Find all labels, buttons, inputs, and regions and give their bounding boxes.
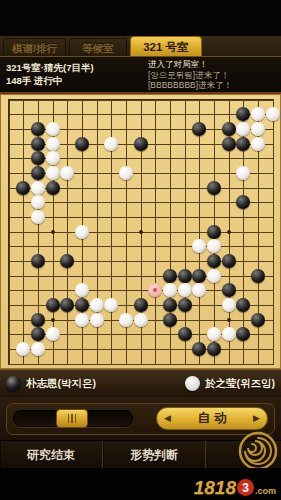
white-stone [46, 327, 60, 341]
black-stone [163, 313, 177, 327]
black-stone [16, 181, 30, 195]
control-panel: ◀ 自动 ▶ [6, 403, 275, 435]
slider-handle-icon[interactable] [56, 409, 88, 428]
star-point [51, 230, 55, 234]
white-stone [222, 327, 236, 341]
black-stone [163, 298, 177, 312]
status-bar [0, 0, 281, 36]
auto-button[interactable]: ◀ 自动 ▶ [156, 407, 268, 430]
black-stone [134, 298, 148, 312]
white-stone [46, 122, 60, 136]
black-stone [134, 137, 148, 151]
black-stone [178, 327, 192, 341]
white-stone [46, 137, 60, 151]
black-stone [31, 122, 45, 136]
grid-line [9, 349, 273, 350]
white-stone [90, 313, 104, 327]
room-info: 321号室·猜先(7目半) 148手 进行中 [0, 57, 146, 92]
grid-line [273, 100, 274, 364]
go-board[interactable] [0, 94, 281, 369]
app-screen: 棋谱/排行 等候室 321 号室 321号室·猜先(7目半) 148手 进行中 … [0, 0, 281, 500]
white-stone [119, 166, 133, 180]
white-stone-icon [185, 376, 200, 391]
end-study-button[interactable]: 研究结束 [0, 441, 103, 469]
white-stone [31, 210, 45, 224]
black-stone [163, 269, 177, 283]
star-point [139, 230, 143, 234]
white-stone [266, 107, 280, 121]
black-stone [207, 181, 221, 195]
black-stone [207, 254, 221, 268]
logo-digit-badge: 3 [237, 479, 254, 496]
black-stone [207, 225, 221, 239]
black-stone [207, 342, 221, 356]
white-stone [46, 151, 60, 165]
black-stone [222, 254, 236, 268]
black-stone [222, 122, 236, 136]
black-stone [31, 166, 45, 180]
white-stone [31, 342, 45, 356]
next-arrow-icon[interactable]: ▶ [253, 414, 260, 423]
18183-logo: 1818 3 .com [194, 478, 276, 497]
info-bar: 321号室·猜先(7目半) 148手 进行中 进入了对局室！ [앙으로뒤띔]进来… [0, 57, 281, 94]
tab-bar: 棋谱/排行 等候室 321 号室 [0, 36, 281, 57]
chat-line: [앙으로뒤띔]进来了！ [148, 70, 279, 81]
white-player-name: 於之莹(위즈잉) [205, 377, 275, 391]
chat-line: [BBBBBBBB]进来了！ [148, 80, 279, 91]
black-stone [46, 181, 60, 195]
player-bar: 朴志恩(박지은) 於之莹(위즈잉) [0, 369, 281, 397]
white-stone [178, 283, 192, 297]
grid-line [155, 100, 156, 364]
room-title: 321号室·猜先(7目半) [6, 61, 146, 74]
white-stone [75, 225, 89, 239]
white-stone [251, 122, 265, 136]
black-stone [178, 298, 192, 312]
prev-arrow-icon[interactable]: ◀ [164, 414, 171, 423]
tab-waiting-room[interactable]: 等候室 [69, 38, 127, 56]
chat-log[interactable]: 进入了对局室！ [앙으로뒤띔]进来了！ [BBBBBBBB]进来了！ [146, 57, 281, 92]
black-stone [251, 269, 265, 283]
black-stone [222, 137, 236, 151]
position-judge-button[interactable]: 形势判断 [103, 441, 206, 469]
black-player-name: 朴志恩(박지은) [26, 377, 96, 391]
white-stone [46, 166, 60, 180]
grid-line [185, 100, 186, 364]
black-stone [75, 137, 89, 151]
grid-line [9, 246, 273, 247]
tab-kifu-ranking[interactable]: 棋谱/排行 [3, 38, 66, 56]
footer: 1818 3 .com [0, 468, 281, 500]
black-stone-icon [6, 376, 21, 391]
white-stone [222, 298, 236, 312]
black-stone [46, 298, 60, 312]
auto-button-label: 自动 [194, 410, 231, 427]
white-stone [134, 313, 148, 327]
black-stone [31, 254, 45, 268]
move-status: 148手 进行中 [6, 74, 146, 87]
white-stone [251, 137, 265, 151]
star-point [51, 318, 55, 322]
grid-line [9, 276, 273, 277]
grid-line [9, 364, 273, 365]
last-move-marker [153, 288, 157, 292]
black-stone [192, 269, 206, 283]
black-stone [31, 313, 45, 327]
move-slider[interactable] [13, 410, 133, 427]
black-stone [75, 298, 89, 312]
black-stone [31, 137, 45, 151]
chat-line: 进入了对局室！ [148, 59, 279, 70]
white-stone [90, 298, 104, 312]
logo-suffix: .com [255, 485, 276, 497]
black-stone [251, 313, 265, 327]
black-stone [178, 269, 192, 283]
white-stone [207, 269, 221, 283]
black-stone [236, 137, 250, 151]
tab-room-321[interactable]: 321 号室 [130, 36, 202, 56]
star-point [227, 318, 231, 322]
star-point [227, 230, 231, 234]
logo-number: 1818 [194, 478, 236, 497]
white-stone [104, 137, 118, 151]
white-stone [31, 181, 45, 195]
white-stone [119, 313, 133, 327]
dragon-seal-icon [237, 430, 279, 472]
white-stone [75, 313, 89, 327]
grid-line [199, 100, 200, 364]
black-stone [222, 283, 236, 297]
